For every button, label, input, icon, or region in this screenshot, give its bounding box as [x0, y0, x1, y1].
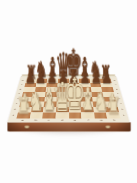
piece-black-rook: ♜	[100, 62, 112, 81]
square-b4	[33, 96, 46, 101]
square-c1: ♝	[42, 112, 55, 118]
square-b8: ♞	[36, 78, 47, 82]
board-top-surface: ♜♞♝♛♚♝♞♜♟♟♟♟♟♟♟♟♟♟♟♟♟♟♟♟♜♞♝♛♚♝♞♜ abcdefg…	[7, 76, 129, 122]
square-h2: ♟	[105, 106, 119, 112]
square-f4	[80, 96, 92, 101]
piece-white-pawn: ♟	[94, 90, 107, 110]
file-label-e: e	[69, 76, 79, 78]
piece-white-pawn: ♟	[68, 90, 81, 110]
piece-white-pawn: ♟	[31, 90, 44, 110]
square-b7: ♟	[35, 82, 47, 86]
square-c2: ♟	[43, 106, 56, 112]
piece-white-pawn: ♟	[81, 90, 94, 110]
file-label-a: a	[27, 76, 38, 78]
square-h7: ♟	[101, 82, 113, 86]
square-e3	[69, 101, 81, 106]
board-back-edge	[22, 74, 115, 76]
square-d3	[56, 101, 68, 106]
square-e8: ♚	[69, 78, 80, 82]
file-label-f: f	[82, 119, 95, 122]
file-label-b: b	[37, 76, 48, 78]
square-f5	[80, 91, 92, 96]
rank-label-5: 5	[115, 91, 122, 96]
square-e5	[69, 91, 81, 96]
rank-label-3: 3	[117, 101, 124, 106]
square-a2: ♟	[18, 106, 32, 112]
square-h4	[103, 96, 116, 101]
rank-label-4: 4	[14, 96, 21, 101]
square-a6	[23, 87, 35, 92]
product-photo-scene: ♜♞♝♛♚♝♞♜♟♟♟♟♟♟♟♟♟♟♟♟♟♟♟♟♜♞♝♛♚♝♞♜ abcdefg…	[0, 0, 137, 183]
rank-label-3: 3	[13, 101, 20, 106]
square-a5	[22, 91, 35, 96]
rank-label-4: 4	[116, 96, 123, 101]
board-front-rail	[7, 122, 130, 131]
square-c3	[44, 101, 57, 106]
square-h8: ♜	[100, 78, 112, 82]
square-e4	[69, 96, 81, 101]
file-label-d: d	[55, 119, 68, 122]
square-b3	[32, 101, 45, 106]
square-c4	[45, 96, 57, 101]
square-f8: ♝	[79, 78, 90, 82]
rank-label-8: 8	[111, 78, 117, 82]
piece-white-pawn: ♟	[43, 90, 56, 110]
square-a1: ♜	[16, 112, 30, 118]
square-a4	[21, 96, 34, 101]
square-h6	[102, 87, 114, 92]
piece-white-knight: ♞	[29, 90, 44, 117]
file-labels-bottom: abcdefgh	[16, 119, 122, 122]
square-a7: ♟	[24, 82, 36, 86]
square-b5	[34, 91, 46, 96]
rank-label-7: 7	[112, 82, 118, 86]
square-d2: ♟	[56, 106, 69, 112]
file-label-d: d	[58, 76, 68, 78]
piece-white-pawn: ♟	[56, 90, 69, 110]
rank-label-7: 7	[18, 82, 24, 86]
file-label-e: e	[69, 119, 82, 122]
rank-label-1: 1	[120, 112, 128, 118]
square-b1: ♞	[29, 112, 43, 118]
file-label-h: h	[100, 76, 111, 78]
file-label-c: c	[48, 76, 59, 78]
rank-label-8: 8	[20, 78, 26, 82]
square-e6	[69, 87, 80, 92]
file-label-g: g	[89, 76, 100, 78]
square-f6	[80, 87, 92, 92]
square-d6	[57, 87, 68, 92]
file-label-b: b	[29, 119, 43, 122]
file-label-f: f	[79, 76, 90, 78]
square-f2: ♟	[81, 106, 94, 112]
file-label-a: a	[16, 119, 30, 122]
square-b2: ♟	[31, 106, 44, 112]
square-h5	[102, 91, 115, 96]
square-c6	[46, 87, 58, 92]
square-d8: ♛	[58, 78, 69, 82]
square-d5	[57, 91, 69, 96]
file-labels-top: abcdefgh	[27, 76, 111, 78]
rank-label-6: 6	[17, 87, 24, 92]
file-label-c: c	[42, 119, 55, 122]
chess-board: ♜♞♝♛♚♝♞♜♟♟♟♟♟♟♟♟♟♟♟♟♟♟♟♟♜♞♝♛♚♝♞♜ abcdefg…	[15, 43, 122, 150]
square-h1: ♜	[106, 112, 120, 118]
square-e7: ♟	[69, 82, 80, 86]
board-surface: ♜♞♝♛♚♝♞♜♟♟♟♟♟♟♟♟♟♟♟♟♟♟♟♟♜♞♝♛♚♝♞♜	[16, 78, 120, 118]
square-c5	[45, 91, 57, 96]
square-d7: ♟	[57, 82, 68, 86]
square-e2: ♟	[69, 106, 82, 112]
square-f7: ♟	[79, 82, 90, 86]
piece-black-rook: ♜	[25, 62, 37, 81]
rank-label-6: 6	[113, 87, 120, 92]
file-label-g: g	[95, 119, 109, 122]
square-b6	[35, 87, 47, 92]
brass-clasp-left	[24, 125, 29, 128]
square-h3	[104, 101, 117, 106]
square-c7: ♟	[46, 82, 57, 86]
rank-label-5: 5	[16, 91, 23, 96]
square-a3	[19, 101, 32, 106]
square-d4	[57, 96, 69, 101]
file-label-h: h	[108, 119, 122, 122]
rank-label-2: 2	[119, 106, 126, 112]
square-f3	[80, 101, 93, 106]
piece-white-knight: ♞	[93, 90, 108, 117]
square-c8: ♝	[47, 78, 58, 82]
square-d1: ♛	[55, 112, 68, 118]
square-e1: ♚	[69, 112, 82, 118]
brass-clasp-right	[105, 125, 110, 128]
square-f1: ♝	[81, 112, 94, 118]
square-g5	[91, 91, 103, 96]
